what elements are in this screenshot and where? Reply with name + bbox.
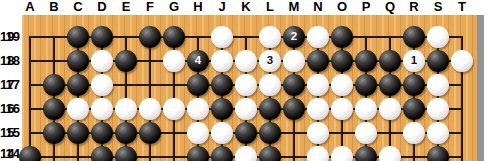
intersection-C16[interactable] bbox=[66, 97, 90, 121]
intersection-N16[interactable] bbox=[306, 97, 330, 121]
intersection-L16[interactable] bbox=[258, 97, 282, 121]
stone-white bbox=[259, 74, 281, 96]
stone-black bbox=[283, 74, 305, 96]
column-label-N: N bbox=[306, 0, 330, 14]
intersection-R19[interactable] bbox=[402, 25, 426, 49]
intersection-S17[interactable] bbox=[426, 73, 450, 97]
intersection-J15[interactable] bbox=[210, 121, 234, 145]
column-label-J: J bbox=[210, 0, 234, 14]
stone-white bbox=[283, 50, 305, 72]
stone-black bbox=[235, 122, 257, 144]
stone-black bbox=[67, 122, 89, 144]
intersection-L17[interactable] bbox=[258, 73, 282, 97]
intersection-D16[interactable] bbox=[90, 97, 114, 121]
stone-black bbox=[259, 122, 281, 144]
column-label-D: D bbox=[90, 0, 114, 14]
stone-white bbox=[427, 74, 449, 96]
stone-black bbox=[163, 26, 185, 48]
intersection-Q19[interactable] bbox=[378, 25, 402, 49]
stone-black bbox=[211, 98, 233, 120]
stone-white bbox=[307, 26, 329, 48]
intersection-P16[interactable] bbox=[354, 97, 378, 121]
intersection-S19[interactable] bbox=[426, 25, 450, 49]
column-label-C: C bbox=[66, 0, 90, 14]
intersection-J14[interactable] bbox=[210, 145, 234, 161]
intersection-D14[interactable] bbox=[90, 145, 114, 161]
intersection-O17[interactable] bbox=[330, 73, 354, 97]
intersection-H16[interactable] bbox=[186, 97, 210, 121]
column-label-R: R bbox=[402, 0, 426, 14]
stone-black bbox=[139, 122, 161, 144]
intersection-F19[interactable] bbox=[138, 25, 162, 49]
stone-white bbox=[163, 98, 185, 120]
intersection-L14[interactable] bbox=[258, 145, 282, 161]
stone-white bbox=[451, 50, 473, 72]
intersection-R14[interactable] bbox=[402, 145, 426, 161]
column-label-S: S bbox=[426, 0, 450, 14]
stone-black bbox=[259, 98, 281, 120]
intersection-P15[interactable] bbox=[354, 121, 378, 145]
intersection-G19[interactable] bbox=[162, 25, 186, 49]
intersection-F18[interactable] bbox=[138, 49, 162, 73]
intersection-J16[interactable] bbox=[210, 97, 234, 121]
intersection-D19[interactable] bbox=[90, 25, 114, 49]
row-label-right-14: 14 bbox=[0, 146, 20, 161]
intersection-K19[interactable] bbox=[234, 25, 258, 49]
intersection-J19[interactable] bbox=[210, 25, 234, 49]
intersection-T16[interactable] bbox=[450, 97, 474, 121]
stone-white bbox=[307, 98, 329, 120]
stone-white bbox=[259, 26, 281, 48]
stone-white bbox=[235, 146, 257, 161]
column-label-O: O bbox=[330, 0, 354, 14]
stone-white bbox=[307, 146, 329, 161]
stone-black bbox=[355, 74, 377, 96]
intersection-B14[interactable] bbox=[42, 145, 66, 161]
stone-white bbox=[187, 122, 209, 144]
intersection-Q16[interactable] bbox=[378, 97, 402, 121]
intersection-G18[interactable] bbox=[162, 49, 186, 73]
intersection-A19[interactable] bbox=[18, 25, 42, 49]
intersection-K14[interactable] bbox=[234, 145, 258, 161]
stone-black bbox=[211, 146, 233, 161]
intersection-M19[interactable]: 2 bbox=[282, 25, 306, 49]
stone-white bbox=[427, 26, 449, 48]
intersection-D15[interactable] bbox=[90, 121, 114, 145]
stone-black bbox=[19, 146, 41, 161]
intersection-O14[interactable] bbox=[330, 145, 354, 161]
stone-black bbox=[115, 50, 137, 72]
intersection-B16[interactable] bbox=[42, 97, 66, 121]
stone-black bbox=[91, 146, 113, 161]
stone-black bbox=[379, 50, 401, 72]
intersection-R18[interactable]: 1 bbox=[402, 49, 426, 73]
intersection-F15[interactable] bbox=[138, 121, 162, 145]
intersection-E17[interactable] bbox=[114, 73, 138, 97]
intersection-T14[interactable] bbox=[450, 145, 474, 161]
move-number-label: 3 bbox=[267, 55, 273, 67]
intersection-J18[interactable] bbox=[210, 49, 234, 73]
stone-white bbox=[211, 122, 233, 144]
intersection-A17[interactable] bbox=[18, 73, 42, 97]
stone-white bbox=[67, 98, 89, 120]
go-board-diagram: ABCDEFGHJKLMNOPQRST 19191818171716161515… bbox=[0, 0, 500, 161]
intersection-L18[interactable]: 3 bbox=[258, 49, 282, 73]
intersection-B18[interactable] bbox=[42, 49, 66, 73]
intersection-P18[interactable] bbox=[354, 49, 378, 73]
intersection-H15[interactable] bbox=[186, 121, 210, 145]
intersection-S18[interactable] bbox=[426, 49, 450, 73]
intersection-P17[interactable] bbox=[354, 73, 378, 97]
intersection-A16[interactable] bbox=[18, 97, 42, 121]
stone-black bbox=[67, 50, 89, 72]
intersection-E15[interactable] bbox=[114, 121, 138, 145]
intersection-C17[interactable] bbox=[66, 73, 90, 97]
stone-white bbox=[91, 74, 113, 96]
intersection-R15[interactable] bbox=[402, 121, 426, 145]
intersection-M17[interactable] bbox=[282, 73, 306, 97]
intersection-G16[interactable] bbox=[162, 97, 186, 121]
stone-black bbox=[403, 98, 425, 120]
column-label-T: T bbox=[450, 0, 474, 14]
stone-black bbox=[67, 26, 89, 48]
stone-white bbox=[379, 98, 401, 120]
stone-black bbox=[91, 122, 113, 144]
intersection-M14[interactable] bbox=[282, 145, 306, 161]
intersection-N17[interactable] bbox=[306, 73, 330, 97]
stone-white bbox=[331, 146, 353, 161]
stone-black bbox=[139, 26, 161, 48]
column-label-M: M bbox=[282, 0, 306, 14]
intersection-A15[interactable] bbox=[18, 121, 42, 145]
stone-white bbox=[331, 98, 353, 120]
intersection-Q15[interactable] bbox=[378, 121, 402, 145]
intersection-S16[interactable] bbox=[426, 97, 450, 121]
intersection-K16[interactable] bbox=[234, 97, 258, 121]
move-number-label: 2 bbox=[291, 31, 297, 43]
column-label-G: G bbox=[162, 0, 186, 14]
intersection-H19[interactable] bbox=[186, 25, 210, 49]
intersection-Q17[interactable] bbox=[378, 73, 402, 97]
intersection-G15[interactable] bbox=[162, 121, 186, 145]
column-label-B: B bbox=[42, 0, 66, 14]
column-label-K: K bbox=[234, 0, 258, 14]
column-label-A: A bbox=[18, 0, 42, 14]
intersection-F17[interactable] bbox=[138, 73, 162, 97]
intersection-T15[interactable] bbox=[450, 121, 474, 145]
stone-white bbox=[187, 98, 209, 120]
intersection-C15[interactable] bbox=[66, 121, 90, 145]
intersection-R16[interactable] bbox=[402, 97, 426, 121]
stone-white bbox=[91, 98, 113, 120]
intersection-P19[interactable] bbox=[354, 25, 378, 49]
intersection-B15[interactable] bbox=[42, 121, 66, 145]
stone-white bbox=[91, 50, 113, 72]
stone-black bbox=[43, 98, 65, 120]
column-label-P: P bbox=[354, 0, 378, 14]
intersection-A14[interactable] bbox=[18, 145, 42, 161]
stone-white bbox=[163, 50, 185, 72]
intersection-E14[interactable] bbox=[114, 145, 138, 161]
intersection-K18[interactable] bbox=[234, 49, 258, 73]
stone-black bbox=[427, 146, 449, 161]
stone-white: 1 bbox=[403, 50, 425, 72]
stone-black bbox=[331, 26, 353, 48]
move-number-label: 1 bbox=[411, 55, 417, 67]
intersection-N14[interactable] bbox=[306, 145, 330, 161]
intersection-R17[interactable] bbox=[402, 73, 426, 97]
stone-black bbox=[43, 122, 65, 144]
intersection-C19[interactable] bbox=[66, 25, 90, 49]
stone-black bbox=[115, 146, 137, 161]
stone-white bbox=[115, 98, 137, 120]
intersection-K17[interactable] bbox=[234, 73, 258, 97]
intersection-O15[interactable] bbox=[330, 121, 354, 145]
stone-white bbox=[403, 122, 425, 144]
stone-white: 3 bbox=[259, 50, 281, 72]
board-grid: 2431 bbox=[18, 25, 474, 161]
stone-black bbox=[211, 74, 233, 96]
stone-white bbox=[235, 50, 257, 72]
intersection-S15[interactable] bbox=[426, 121, 450, 145]
stone-white bbox=[355, 122, 377, 144]
intersection-B17[interactable] bbox=[42, 73, 66, 97]
intersection-O19[interactable] bbox=[330, 25, 354, 49]
intersection-O18[interactable] bbox=[330, 49, 354, 73]
stone-white bbox=[307, 74, 329, 96]
intersection-Q18[interactable] bbox=[378, 49, 402, 73]
stone-black bbox=[259, 146, 281, 161]
stone-black bbox=[355, 146, 377, 161]
stone-white bbox=[235, 98, 257, 120]
stone-black: 2 bbox=[283, 26, 305, 48]
stone-white bbox=[235, 74, 257, 96]
intersection-J17[interactable] bbox=[210, 73, 234, 97]
intersection-B19[interactable] bbox=[42, 25, 66, 49]
intersection-D18[interactable] bbox=[90, 49, 114, 73]
stone-black bbox=[67, 74, 89, 96]
intersection-T18[interactable] bbox=[450, 49, 474, 73]
intersection-Q14[interactable] bbox=[378, 145, 402, 161]
stone-black bbox=[187, 146, 209, 161]
stone-white bbox=[427, 122, 449, 144]
stone-black bbox=[331, 50, 353, 72]
stone-white bbox=[307, 122, 329, 144]
intersection-L15[interactable] bbox=[258, 121, 282, 145]
move-number-label: 4 bbox=[195, 55, 201, 67]
column-label-H: H bbox=[186, 0, 210, 14]
intersection-A18[interactable] bbox=[18, 49, 42, 73]
row-label-right-16: 16 bbox=[0, 101, 20, 117]
intersection-H14[interactable] bbox=[186, 145, 210, 161]
stone-black bbox=[187, 74, 209, 96]
column-label-Q: Q bbox=[378, 0, 402, 14]
row-label-right-17: 17 bbox=[0, 77, 20, 93]
intersection-H18[interactable]: 4 bbox=[186, 49, 210, 73]
intersection-N15[interactable] bbox=[306, 121, 330, 145]
intersection-T19[interactable] bbox=[450, 25, 474, 49]
intersection-C14[interactable] bbox=[66, 145, 90, 161]
row-label-right-15: 15 bbox=[0, 125, 20, 141]
board-edge-shadow bbox=[477, 15, 484, 161]
intersection-M16[interactable] bbox=[282, 97, 306, 121]
intersection-O16[interactable] bbox=[330, 97, 354, 121]
stone-black bbox=[379, 74, 401, 96]
intersection-K15[interactable] bbox=[234, 121, 258, 145]
stone-white bbox=[211, 50, 233, 72]
stone-white bbox=[331, 74, 353, 96]
intersection-N19[interactable] bbox=[306, 25, 330, 49]
intersection-T17[interactable] bbox=[450, 73, 474, 97]
stone-white bbox=[139, 98, 161, 120]
intersection-S14[interactable] bbox=[426, 145, 450, 161]
column-label-E: E bbox=[114, 0, 138, 14]
stone-white bbox=[355, 98, 377, 120]
intersection-H17[interactable] bbox=[186, 73, 210, 97]
intersection-M15[interactable] bbox=[282, 121, 306, 145]
intersection-M18[interactable] bbox=[282, 49, 306, 73]
intersection-P14[interactable] bbox=[354, 145, 378, 161]
intersection-G14[interactable] bbox=[162, 145, 186, 161]
stone-black bbox=[403, 74, 425, 96]
column-label-L: L bbox=[258, 0, 282, 14]
stone-white bbox=[379, 146, 401, 161]
intersection-G17[interactable] bbox=[162, 73, 186, 97]
stone-black bbox=[403, 26, 425, 48]
column-label-F: F bbox=[138, 0, 162, 14]
intersection-F14[interactable] bbox=[138, 145, 162, 161]
intersection-E16[interactable] bbox=[114, 97, 138, 121]
stone-white bbox=[427, 98, 449, 120]
row-label-right-19: 19 bbox=[0, 29, 20, 45]
intersection-L19[interactable] bbox=[258, 25, 282, 49]
stone-black bbox=[427, 50, 449, 72]
stone-black bbox=[43, 74, 65, 96]
stone-black bbox=[307, 50, 329, 72]
intersection-N18[interactable] bbox=[306, 49, 330, 73]
stone-black: 4 bbox=[187, 50, 209, 72]
intersection-E19[interactable] bbox=[114, 25, 138, 49]
intersection-C18[interactable] bbox=[66, 49, 90, 73]
intersection-E18[interactable] bbox=[114, 49, 138, 73]
stone-black bbox=[91, 26, 113, 48]
intersection-F16[interactable] bbox=[138, 97, 162, 121]
intersection-D17[interactable] bbox=[90, 73, 114, 97]
stone-white bbox=[211, 26, 233, 48]
row-label-right-18: 18 bbox=[0, 53, 20, 69]
stone-black bbox=[283, 98, 305, 120]
stone-black bbox=[355, 50, 377, 72]
stone-black bbox=[115, 122, 137, 144]
